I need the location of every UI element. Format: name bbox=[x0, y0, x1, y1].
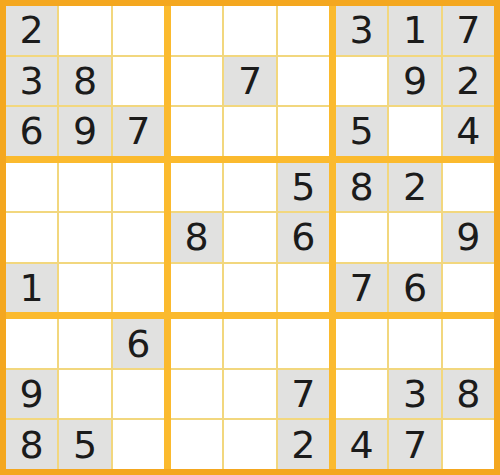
cell-r6c9[interactable] bbox=[443, 264, 494, 313]
box-5: 586 bbox=[171, 163, 329, 313]
cell-r1c3[interactable] bbox=[113, 6, 164, 55]
cell-r8c4[interactable] bbox=[171, 370, 222, 419]
cell-r6c4[interactable] bbox=[171, 264, 222, 313]
cell-r1c4[interactable] bbox=[171, 6, 222, 55]
cell-r4c1[interactable] bbox=[6, 163, 57, 212]
box-1: 238697 bbox=[6, 6, 164, 156]
cell-r7c4[interactable] bbox=[171, 319, 222, 368]
cell-r3c3[interactable]: 7 bbox=[113, 107, 164, 156]
cell-r2c1[interactable]: 3 bbox=[6, 57, 57, 106]
cell-r9c7[interactable]: 4 bbox=[336, 420, 387, 469]
cell-r6c3[interactable] bbox=[113, 264, 164, 313]
cell-r7c5[interactable] bbox=[224, 319, 275, 368]
cell-r7c1[interactable] bbox=[6, 319, 57, 368]
cell-r6c7[interactable]: 7 bbox=[336, 264, 387, 313]
cell-r4c4[interactable] bbox=[171, 163, 222, 212]
cell-r4c3[interactable] bbox=[113, 163, 164, 212]
cell-r8c5[interactable] bbox=[224, 370, 275, 419]
box-8: 72 bbox=[171, 319, 329, 469]
cell-r9c3[interactable] bbox=[113, 420, 164, 469]
cell-r8c1[interactable]: 9 bbox=[6, 370, 57, 419]
cell-r7c3[interactable]: 6 bbox=[113, 319, 164, 368]
cell-r5c4[interactable]: 8 bbox=[171, 213, 222, 262]
cell-r5c9[interactable]: 9 bbox=[443, 213, 494, 262]
cell-r6c5[interactable] bbox=[224, 264, 275, 313]
cell-r3c7[interactable]: 5 bbox=[336, 107, 387, 156]
cell-r2c2[interactable]: 8 bbox=[59, 57, 110, 106]
cell-r6c8[interactable]: 6 bbox=[389, 264, 440, 313]
cell-r9c2[interactable]: 5 bbox=[59, 420, 110, 469]
cell-r4c7[interactable]: 8 bbox=[336, 163, 387, 212]
cell-r9c8[interactable]: 7 bbox=[389, 420, 440, 469]
cell-r4c9[interactable] bbox=[443, 163, 494, 212]
cell-r1c9[interactable]: 7 bbox=[443, 6, 494, 55]
cell-r2c4[interactable] bbox=[171, 57, 222, 106]
cell-r7c8[interactable] bbox=[389, 319, 440, 368]
cell-r7c2[interactable] bbox=[59, 319, 110, 368]
cell-r3c2[interactable]: 9 bbox=[59, 107, 110, 156]
cell-r3c6[interactable] bbox=[278, 107, 329, 156]
cell-r5c6[interactable]: 6 bbox=[278, 213, 329, 262]
cell-r1c8[interactable]: 1 bbox=[389, 6, 440, 55]
box-9: 3847 bbox=[336, 319, 494, 469]
box-6: 82976 bbox=[336, 163, 494, 313]
box-7: 6985 bbox=[6, 319, 164, 469]
cell-r3c8[interactable] bbox=[389, 107, 440, 156]
cell-r9c9[interactable] bbox=[443, 420, 494, 469]
box-3: 3179254 bbox=[336, 6, 494, 156]
cell-r7c9[interactable] bbox=[443, 319, 494, 368]
cell-r1c1[interactable]: 2 bbox=[6, 6, 57, 55]
cell-r2c7[interactable] bbox=[336, 57, 387, 106]
cell-r5c5[interactable] bbox=[224, 213, 275, 262]
cell-r2c3[interactable] bbox=[113, 57, 164, 106]
cell-r5c1[interactable] bbox=[6, 213, 57, 262]
cell-r1c5[interactable] bbox=[224, 6, 275, 55]
cell-r1c2[interactable] bbox=[59, 6, 110, 55]
cell-r4c8[interactable]: 2 bbox=[389, 163, 440, 212]
cell-r3c4[interactable] bbox=[171, 107, 222, 156]
cell-r9c4[interactable] bbox=[171, 420, 222, 469]
cell-r2c6[interactable] bbox=[278, 57, 329, 106]
box-4: 1 bbox=[6, 163, 164, 313]
cell-r3c1[interactable]: 6 bbox=[6, 107, 57, 156]
cell-r2c8[interactable]: 9 bbox=[389, 57, 440, 106]
cell-r6c6[interactable] bbox=[278, 264, 329, 313]
cell-r5c7[interactable] bbox=[336, 213, 387, 262]
cell-r8c3[interactable] bbox=[113, 370, 164, 419]
cell-r4c5[interactable] bbox=[224, 163, 275, 212]
cell-r8c8[interactable]: 3 bbox=[389, 370, 440, 419]
cell-r2c9[interactable]: 2 bbox=[443, 57, 494, 106]
cell-r5c8[interactable] bbox=[389, 213, 440, 262]
cell-r7c7[interactable] bbox=[336, 319, 387, 368]
cell-r9c6[interactable]: 2 bbox=[278, 420, 329, 469]
cell-r4c6[interactable]: 5 bbox=[278, 163, 329, 212]
cell-r3c9[interactable]: 4 bbox=[443, 107, 494, 156]
cell-r1c6[interactable] bbox=[278, 6, 329, 55]
cell-r8c2[interactable] bbox=[59, 370, 110, 419]
cell-r5c3[interactable] bbox=[113, 213, 164, 262]
cell-r6c2[interactable] bbox=[59, 264, 110, 313]
box-2: 7 bbox=[171, 6, 329, 156]
cell-r9c1[interactable]: 8 bbox=[6, 420, 57, 469]
cell-r5c2[interactable] bbox=[59, 213, 110, 262]
cell-r7c6[interactable] bbox=[278, 319, 329, 368]
cell-r2c5[interactable]: 7 bbox=[224, 57, 275, 106]
cell-r3c5[interactable] bbox=[224, 107, 275, 156]
cell-r8c9[interactable]: 8 bbox=[443, 370, 494, 419]
cell-r1c7[interactable]: 3 bbox=[336, 6, 387, 55]
sudoku-board: 238697731792541586829766985723847 bbox=[0, 0, 500, 475]
cell-r6c1[interactable]: 1 bbox=[6, 264, 57, 313]
cell-r4c2[interactable] bbox=[59, 163, 110, 212]
cell-r9c5[interactable] bbox=[224, 420, 275, 469]
cell-r8c7[interactable] bbox=[336, 370, 387, 419]
cell-r8c6[interactable]: 7 bbox=[278, 370, 329, 419]
